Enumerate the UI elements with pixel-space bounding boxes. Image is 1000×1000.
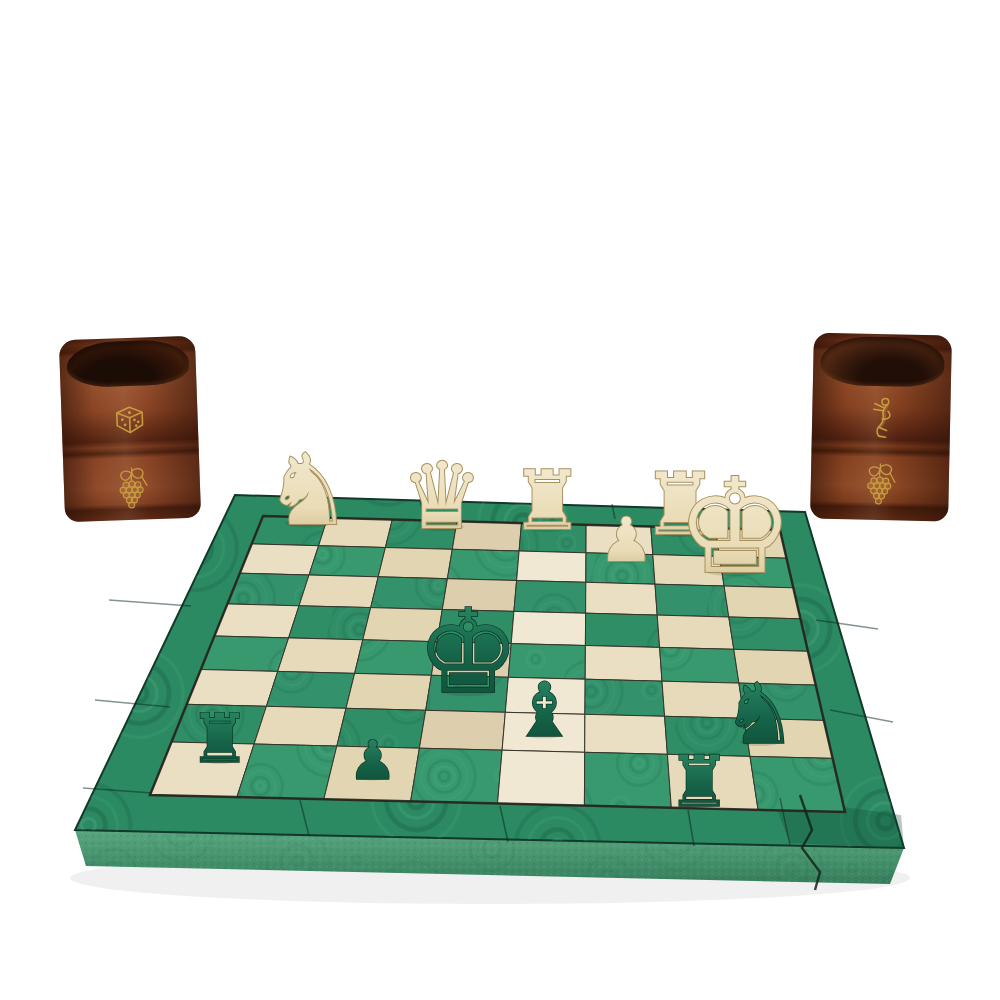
lion-icon (861, 394, 902, 441)
piece-white-queen-c8: ♛ (401, 443, 483, 550)
piece-green-king-d3: ♚ (416, 584, 520, 719)
svg-text:♚: ♚ (416, 584, 520, 719)
square-veins-b1 (237, 744, 337, 799)
border-seam (109, 600, 191, 606)
square-veins-a4 (201, 636, 289, 671)
svg-text:♜: ♜ (667, 740, 731, 823)
svg-text:♟: ♟ (348, 729, 396, 792)
square-e1 (498, 750, 585, 805)
grapes-icon (859, 460, 900, 511)
dice-cup-left (59, 336, 201, 523)
square-veins-h1 (750, 756, 845, 812)
square-f6 (586, 582, 658, 615)
square-a7 (240, 544, 319, 575)
piece-green-pawn-c1: ♟ (348, 729, 396, 792)
square-veins-d1 (411, 748, 503, 803)
dice-cup-right (810, 333, 952, 522)
square-veins-b5 (289, 606, 371, 640)
square-c7 (378, 548, 452, 579)
square-b6 (299, 575, 378, 608)
cup-opening (820, 336, 945, 388)
piece-white-rook-e8: ♜ (510, 453, 584, 548)
square-veins-d7 (447, 549, 519, 580)
square-veins-f1 (584, 752, 671, 808)
square-g5 (657, 615, 734, 649)
square-veins-f5 (585, 613, 659, 647)
square-f2 (585, 714, 668, 754)
svg-text:♛: ♛ (401, 443, 483, 550)
die-icon (110, 401, 149, 440)
piece-white-king-h7: ♚ (676, 450, 793, 603)
svg-text:♚: ♚ (676, 450, 793, 603)
square-veins-b3 (266, 671, 354, 708)
svg-text:♞: ♞ (264, 433, 352, 547)
square-veins-e6 (514, 581, 586, 614)
svg-text:♜: ♜ (510, 453, 584, 548)
piece-green-rook-a1: ♜ (189, 699, 250, 778)
piece-white-knight-a8: ♞ (264, 433, 352, 547)
piece-green-rook-g1: ♜ (667, 740, 731, 823)
piece-white-pawn-f7: ♟ (599, 504, 654, 575)
square-b2 (254, 706, 346, 746)
piece-green-knight-h2: ♞ (722, 665, 797, 763)
square-a5 (214, 604, 299, 638)
svg-text:♟: ♟ (599, 504, 654, 575)
square-veins-b7 (309, 546, 385, 577)
square-veins-a6 (227, 573, 309, 606)
grapes-icon (111, 463, 153, 514)
square-veins-f3 (585, 679, 665, 716)
square-e5 (511, 611, 585, 645)
svg-text:♜: ♜ (189, 699, 250, 778)
square-e7 (517, 551, 586, 582)
piece-green-bishop-e2: ♝ (511, 666, 578, 754)
photo-scene: ♞♛♜♜♟♚♚♝♞♜♟♜ (0, 0, 1000, 1000)
square-veins-h5 (729, 617, 808, 651)
svg-text:♝: ♝ (511, 666, 578, 754)
square-b4 (278, 638, 363, 674)
square-f4 (585, 646, 662, 682)
svg-text:♞: ♞ (722, 665, 797, 763)
